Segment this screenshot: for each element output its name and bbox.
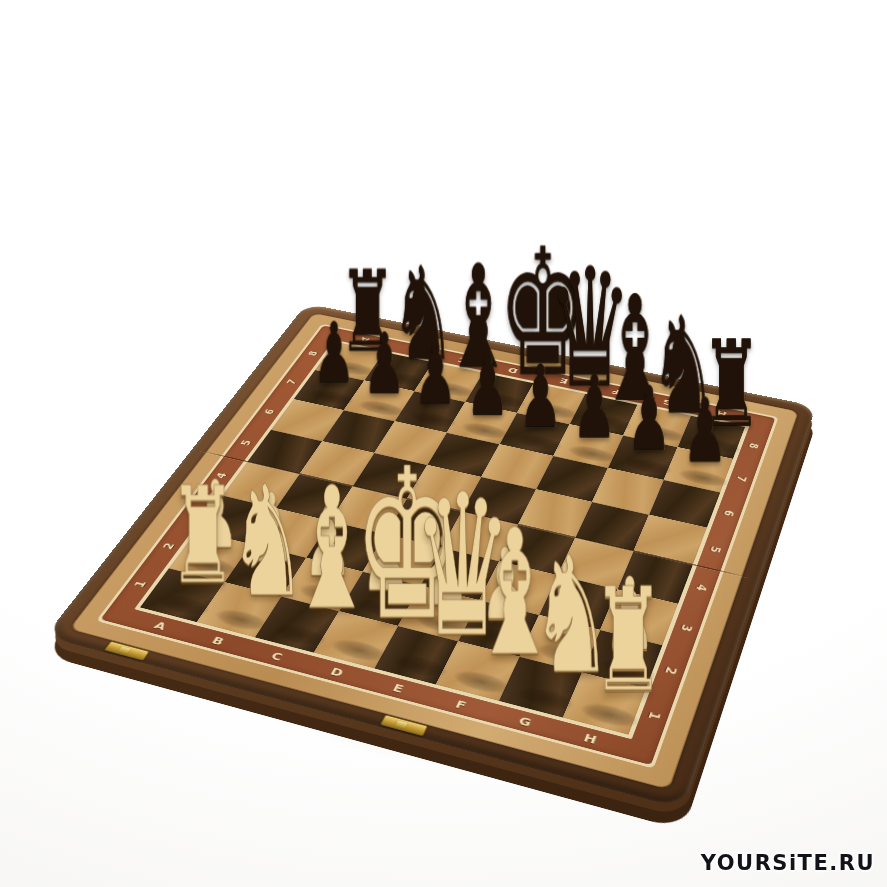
white-rook-icon: ♜ — [569, 583, 636, 709]
piece-black-pawn-f7[interactable]: ♟ — [553, 424, 623, 468]
white-rook-icon: ♜ — [148, 482, 211, 599]
piece-shadow — [317, 355, 387, 382]
piece-black-queen-e8[interactable]: ♛ — [517, 383, 585, 424]
coord-file-far-D: D — [484, 360, 541, 382]
black-bishop-icon: ♝ — [574, 290, 629, 418]
piece-black-pawn-h7[interactable]: ♟ — [664, 447, 733, 492]
piece-black-bishop-c8[interactable]: ♝ — [414, 362, 483, 402]
black-rook-icon: ♜ — [682, 336, 738, 441]
black-pawn-icon: ♟ — [668, 396, 725, 474]
piece-shadow — [625, 419, 698, 449]
black-bishop-icon: ♝ — [420, 261, 474, 386]
square-d8[interactable] — [465, 373, 533, 413]
coord-file-far-F: F — [586, 381, 644, 403]
black-knight-icon: ♞ — [370, 261, 423, 374]
black-pawn-icon: ♟ — [558, 373, 614, 449]
square-h6[interactable] — [649, 480, 720, 528]
coord-file-far-C: C — [434, 350, 490, 371]
coord-file-far-B: B — [385, 340, 441, 361]
black-pawn-icon: ♟ — [452, 351, 507, 426]
piece-shadow — [519, 397, 591, 426]
white-bishop-icon: ♝ — [262, 481, 326, 629]
square-b7[interactable] — [344, 380, 415, 421]
board-grid: ♜♞♝♚♛♝♞♜♟♟♟♟♟♟♟♟♟♟♟♟♟♟♟♟♜♞♝♚♛♝♞♜ — [140, 342, 745, 735]
scene-stage: ABCDEFGH ABCDEFGH 87654321 87654321 ♜♞♝♚… — [0, 0, 887, 887]
square-a8[interactable] — [315, 342, 384, 380]
square-g8[interactable] — [623, 405, 691, 447]
coord-file-far-G: G — [639, 391, 697, 414]
white-king-icon: ♚ — [321, 461, 386, 644]
piece-shadow — [346, 394, 418, 423]
square-c8[interactable] — [414, 362, 483, 402]
square-b8[interactable] — [364, 352, 433, 391]
square-e7[interactable] — [500, 413, 570, 456]
piece-shadow — [416, 375, 487, 403]
piece-black-king-d8[interactable]: ♚ — [465, 372, 533, 412]
white-knight-icon: ♞ — [505, 550, 572, 692]
black-pawn-icon: ♟ — [300, 320, 354, 393]
black-knight-icon: ♞ — [628, 311, 684, 429]
black-pawn-icon: ♟ — [613, 384, 670, 461]
piece-black-bishop-f8[interactable]: ♝ — [570, 393, 638, 435]
white-knight-icon: ♞ — [204, 479, 267, 614]
square-f7[interactable] — [553, 424, 623, 468]
coord-rank-right-7: 7 — [724, 460, 759, 498]
black-rook-icon: ♜ — [321, 265, 374, 364]
black-king-icon: ♚ — [470, 242, 524, 395]
piece-black-pawn-e7[interactable]: ♟ — [500, 413, 570, 456]
watermark: YOURSiTE.RU — [701, 851, 875, 875]
white-queen-icon: ♛ — [381, 487, 446, 659]
piece-black-rook-a8[interactable]: ♜ — [315, 342, 384, 380]
coord-rank-left-6: 6 — [248, 394, 290, 429]
square-h8[interactable] — [678, 416, 746, 459]
square-a6[interactable] — [271, 399, 344, 441]
square-g7[interactable] — [608, 436, 678, 481]
coord-file-far-A: A — [337, 330, 393, 350]
board-3d: ABCDEFGH ABCDEFGH 87654321 87654321 ♜♞♝♚… — [45, 304, 816, 809]
piece-shadow — [555, 439, 629, 470]
piece-shadow — [366, 365, 436, 393]
piece-black-knight-g8[interactable]: ♞ — [623, 404, 691, 446]
piece-black-rook-h8[interactable]: ♜ — [678, 415, 746, 458]
piece-shadow — [572, 408, 644, 438]
piece-black-pawn-b7[interactable]: ♟ — [344, 380, 415, 421]
scene: ABCDEFGH ABCDEFGH 87654321 87654321 ♜♞♝♚… — [162, 212, 762, 812]
coord-rank-left-8: 8 — [293, 338, 333, 370]
piece-shadow — [610, 450, 684, 482]
piece-black-pawn-g7[interactable]: ♟ — [608, 435, 678, 480]
white-bishop-icon: ♝ — [442, 523, 508, 676]
square-e8[interactable] — [517, 383, 585, 424]
piece-shadow — [666, 462, 741, 494]
black-pawn-icon: ♟ — [505, 362, 561, 438]
black-queen-icon: ♛ — [522, 262, 577, 406]
board-frame: ABCDEFGH ABCDEFGH 87654321 87654321 ♜♞♝♚… — [45, 304, 816, 809]
piece-shadow — [296, 383, 367, 412]
coord-file-far-H: H — [692, 402, 751, 425]
black-pawn-icon: ♟ — [400, 341, 455, 415]
square-f8[interactable] — [570, 394, 638, 436]
square-a7[interactable] — [294, 370, 365, 410]
black-pawn-icon: ♟ — [350, 330, 405, 404]
file-labels-far: ABCDEFGH — [337, 330, 750, 425]
coord-file-far-E: E — [535, 370, 592, 392]
piece-shadow — [680, 430, 753, 461]
piece-shadow — [467, 386, 538, 415]
piece-black-knight-b8[interactable]: ♞ — [364, 352, 433, 391]
photo-background: ABCDEFGH ABCDEFGH 87654321 87654321 ♜♞♝♚… — [0, 0, 887, 887]
square-g6[interactable] — [592, 468, 664, 515]
piece-black-pawn-a7[interactable]: ♟ — [294, 370, 365, 410]
coord-rank-left-7: 7 — [271, 365, 312, 398]
square-h7[interactable] — [664, 447, 733, 492]
